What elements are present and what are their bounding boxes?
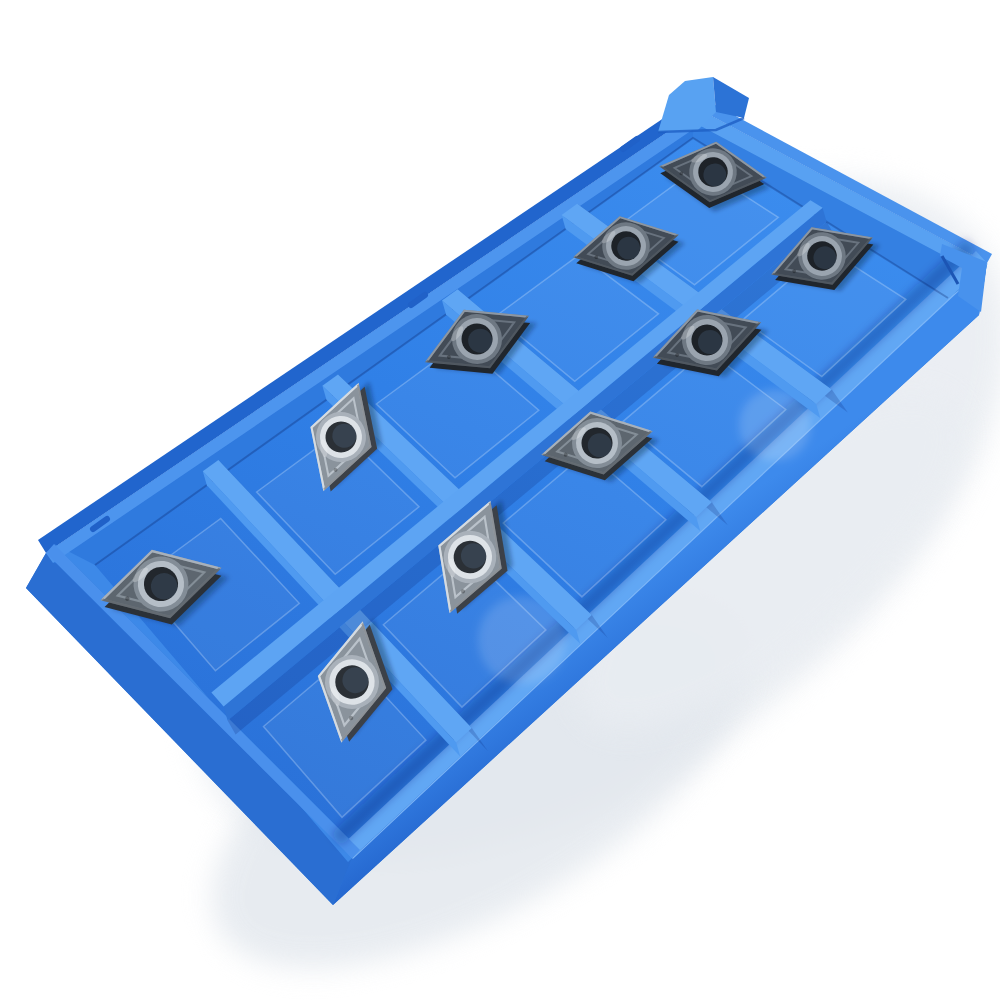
product-photo-stage [0,0,1000,1000]
product-photo [0,0,1000,1000]
